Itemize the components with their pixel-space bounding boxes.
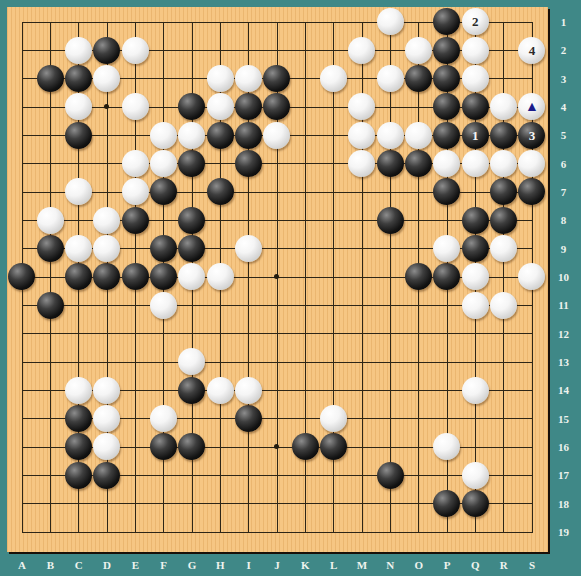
stone-Q10[interactable] — [462, 263, 489, 290]
stone-C5[interactable] — [65, 122, 92, 149]
stone-E4[interactable] — [122, 93, 149, 120]
stone-E2[interactable] — [122, 37, 149, 64]
stone-C15[interactable] — [65, 405, 92, 432]
coord-label-col-D: D — [97, 556, 117, 574]
stone-Q4[interactable] — [462, 93, 489, 120]
stone-F10[interactable] — [150, 263, 177, 290]
stone-Q11[interactable] — [462, 292, 489, 319]
stone-M2[interactable] — [348, 37, 375, 64]
stone-I3[interactable] — [235, 65, 262, 92]
coord-label-col-B: B — [40, 556, 60, 574]
stone-P16[interactable] — [433, 433, 460, 460]
stone-P9[interactable] — [433, 235, 460, 262]
stone-I6[interactable] — [235, 150, 262, 177]
coord-label-row-17: 17 — [550, 468, 577, 482]
stone-E10[interactable] — [122, 263, 149, 290]
stone-D2[interactable] — [93, 37, 120, 64]
coord-label-col-Q: Q — [465, 556, 485, 574]
coord-label-row-4: 4 — [550, 100, 577, 114]
stone-G13[interactable] — [178, 348, 205, 375]
stone-O6[interactable] — [405, 150, 432, 177]
coord-label-col-H: H — [210, 556, 230, 574]
stone-G16[interactable] — [178, 433, 205, 460]
coord-label-row-2: 2 — [550, 43, 577, 57]
stone-M5[interactable] — [348, 122, 375, 149]
stone-I14[interactable] — [235, 377, 262, 404]
coord-label-row-10: 10 — [550, 270, 577, 284]
coord-label-row-11: 11 — [550, 298, 577, 312]
coord-label-row-18: 18 — [550, 497, 577, 511]
star-point — [274, 444, 279, 449]
stone-S2[interactable]: 4 — [518, 37, 545, 64]
stone-E6[interactable] — [122, 150, 149, 177]
stone-H7[interactable] — [207, 178, 234, 205]
stone-N3[interactable] — [377, 65, 404, 92]
stone-Q3[interactable] — [462, 65, 489, 92]
stone-B8[interactable] — [37, 207, 64, 234]
stone-D9[interactable] — [93, 235, 120, 262]
stone-H5[interactable] — [207, 122, 234, 149]
stone-P1[interactable] — [433, 8, 460, 35]
stone-G4[interactable] — [178, 93, 205, 120]
stone-C10[interactable] — [65, 263, 92, 290]
stone-E8[interactable] — [122, 207, 149, 234]
stone-F7[interactable] — [150, 178, 177, 205]
coord-label-col-C: C — [69, 556, 89, 574]
stone-C16[interactable] — [65, 433, 92, 460]
move-number: 3 — [529, 122, 536, 149]
coord-label-col-G: G — [182, 556, 202, 574]
stone-S4[interactable]: ▲ — [518, 93, 545, 120]
stone-G10[interactable] — [178, 263, 205, 290]
stone-F11[interactable] — [150, 292, 177, 319]
stone-C7[interactable] — [65, 178, 92, 205]
coord-label-row-8: 8 — [550, 213, 577, 227]
move-number: 4 — [529, 37, 536, 64]
stone-M4[interactable] — [348, 93, 375, 120]
stone-D3[interactable] — [93, 65, 120, 92]
stone-Q8[interactable] — [462, 207, 489, 234]
stone-Q14[interactable] — [462, 377, 489, 404]
move-number: 2 — [472, 8, 479, 35]
stone-J3[interactable] — [263, 65, 290, 92]
stone-O3[interactable] — [405, 65, 432, 92]
stone-D8[interactable] — [93, 207, 120, 234]
stone-D14[interactable] — [93, 377, 120, 404]
stone-P5[interactable] — [433, 122, 460, 149]
stone-H14[interactable] — [207, 377, 234, 404]
stone-A10[interactable] — [8, 263, 35, 290]
coord-label-col-M: M — [352, 556, 372, 574]
coord-label-row-3: 3 — [550, 72, 577, 86]
stone-C3[interactable] — [65, 65, 92, 92]
stone-L16[interactable] — [320, 433, 347, 460]
move-number: 1 — [472, 122, 479, 149]
stone-Q18[interactable] — [462, 490, 489, 517]
stone-Q1[interactable]: 2 — [462, 8, 489, 35]
stone-R7[interactable] — [490, 178, 517, 205]
stone-L15[interactable] — [320, 405, 347, 432]
coord-label-row-6: 6 — [550, 157, 577, 171]
stone-D16[interactable] — [93, 433, 120, 460]
stone-R4[interactable] — [490, 93, 517, 120]
stone-J5[interactable] — [263, 122, 290, 149]
stone-N6[interactable] — [377, 150, 404, 177]
stone-I15[interactable] — [235, 405, 262, 432]
stone-B11[interactable] — [37, 292, 64, 319]
stone-P7[interactable] — [433, 178, 460, 205]
stone-M6[interactable] — [348, 150, 375, 177]
stone-P2[interactable] — [433, 37, 460, 64]
stone-O2[interactable] — [405, 37, 432, 64]
coord-label-col-O: O — [409, 556, 429, 574]
stone-F6[interactable] — [150, 150, 177, 177]
stone-N8[interactable] — [377, 207, 404, 234]
coord-label-row-9: 9 — [550, 242, 577, 256]
coord-label-row-7: 7 — [550, 185, 577, 199]
stone-O10[interactable] — [405, 263, 432, 290]
triangle-mark: ▲ — [525, 93, 539, 120]
coord-label-row-5: 5 — [550, 128, 577, 142]
stone-C14[interactable] — [65, 377, 92, 404]
coord-label-col-R: R — [494, 556, 514, 574]
coord-label-col-A: A — [12, 556, 32, 574]
stone-F5[interactable] — [150, 122, 177, 149]
stone-P4[interactable] — [433, 93, 460, 120]
stone-L3[interactable] — [320, 65, 347, 92]
stone-D15[interactable] — [93, 405, 120, 432]
stone-G6[interactable] — [178, 150, 205, 177]
coord-label-row-12: 12 — [550, 327, 577, 341]
stone-G9[interactable] — [178, 235, 205, 262]
stone-R8[interactable] — [490, 207, 517, 234]
coord-label-col-P: P — [437, 556, 457, 574]
stone-Q5[interactable]: 1 — [462, 122, 489, 149]
stone-H4[interactable] — [207, 93, 234, 120]
coord-label-col-S: S — [522, 556, 542, 574]
stone-C17[interactable] — [65, 462, 92, 489]
coord-label-row-1: 1 — [550, 15, 577, 29]
coord-label-row-15: 15 — [550, 412, 577, 426]
stone-P3[interactable] — [433, 65, 460, 92]
stone-D10[interactable] — [93, 263, 120, 290]
stone-S10[interactable] — [518, 263, 545, 290]
stone-H3[interactable] — [207, 65, 234, 92]
coord-label-row-14: 14 — [550, 383, 577, 397]
coord-label-col-J: J — [267, 556, 287, 574]
stone-F16[interactable] — [150, 433, 177, 460]
stone-R11[interactable] — [490, 292, 517, 319]
coord-label-row-19: 19 — [550, 525, 577, 539]
stone-B9[interactable] — [37, 235, 64, 262]
stone-Q17[interactable] — [462, 462, 489, 489]
star-point — [274, 274, 279, 279]
stone-N5[interactable] — [377, 122, 404, 149]
stone-J4[interactable] — [263, 93, 290, 120]
stone-R9[interactable] — [490, 235, 517, 262]
coord-label-col-K: K — [295, 556, 315, 574]
stone-I9[interactable] — [235, 235, 262, 262]
coord-label-row-13: 13 — [550, 355, 577, 369]
stone-Q2[interactable] — [462, 37, 489, 64]
coord-label-col-F: F — [154, 556, 174, 574]
board-frame: 1324▲ ABCDEFGHIJKLMNOPQRS 12345678910111… — [0, 0, 581, 576]
stone-S7[interactable] — [518, 178, 545, 205]
stone-E7[interactable] — [122, 178, 149, 205]
coord-label-col-I: I — [239, 556, 259, 574]
coord-label-col-L: L — [324, 556, 344, 574]
coord-label-col-N: N — [380, 556, 400, 574]
board-grid[interactable]: 1324▲ — [8, 8, 546, 546]
stone-O5[interactable] — [405, 122, 432, 149]
stone-N1[interactable] — [377, 8, 404, 35]
stone-F15[interactable] — [150, 405, 177, 432]
star-point — [104, 104, 109, 109]
stone-G5[interactable] — [178, 122, 205, 149]
stone-C2[interactable] — [65, 37, 92, 64]
stone-Q6[interactable] — [462, 150, 489, 177]
stone-S5[interactable]: 3 — [518, 122, 545, 149]
coord-label-col-E: E — [125, 556, 145, 574]
stone-G8[interactable] — [178, 207, 205, 234]
stone-G14[interactable] — [178, 377, 205, 404]
stone-P18[interactable] — [433, 490, 460, 517]
stone-I4[interactable] — [235, 93, 262, 120]
coord-label-row-16: 16 — [550, 440, 577, 454]
stone-S6[interactable] — [518, 150, 545, 177]
stone-F9[interactable] — [150, 235, 177, 262]
stone-Q9[interactable] — [462, 235, 489, 262]
stone-C9[interactable] — [65, 235, 92, 262]
stone-I5[interactable] — [235, 122, 262, 149]
stone-D17[interactable] — [93, 462, 120, 489]
stone-R6[interactable] — [490, 150, 517, 177]
stone-K16[interactable] — [292, 433, 319, 460]
stone-R5[interactable] — [490, 122, 517, 149]
stone-C4[interactable] — [65, 93, 92, 120]
stone-B3[interactable] — [37, 65, 64, 92]
stone-P6[interactable] — [433, 150, 460, 177]
stone-N17[interactable] — [377, 462, 404, 489]
stone-P10[interactable] — [433, 263, 460, 290]
stone-H10[interactable] — [207, 263, 234, 290]
